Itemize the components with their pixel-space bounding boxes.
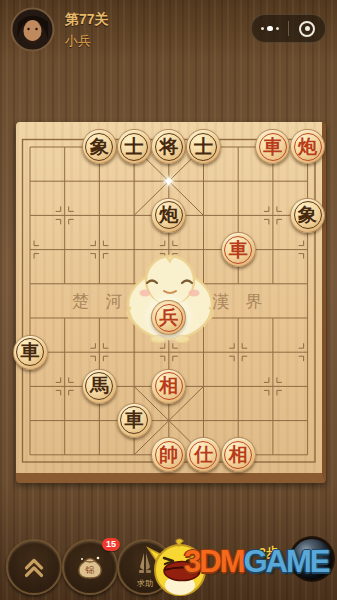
more-button[interactable] [252,15,288,42]
piece-char: 帥 [159,445,178,464]
piece-char: 兵 [159,308,178,327]
piece-char: 車 [263,137,282,156]
piece-black-chariot[interactable]: 車 [13,335,48,370]
record-circle-icon [299,21,315,37]
piece-char: 象 [90,137,109,156]
watermark: 3DMGAME [184,546,328,577]
expand-button[interactable] [6,539,62,595]
double-chevron-up-icon [19,552,49,582]
piece-char: 相 [159,376,178,395]
piece-char: 炮 [159,205,178,224]
pouch-button[interactable]: 锦 15 [62,539,118,595]
piece-char: 車 [229,240,248,259]
piece-red-chariot[interactable]: 車 [221,232,256,267]
piece-red-advisor[interactable]: 仕 [186,437,221,472]
piece-black-elephant[interactable]: 象 [290,198,325,233]
piece-char: 士 [125,137,144,156]
piece-black-general[interactable]: 将 [151,129,186,164]
piece-red-elephant[interactable]: 相 [151,369,186,404]
piece-black-advisor[interactable]: 士 [117,129,152,164]
three-dots-icon [261,26,280,32]
level-subtitle: 小兵 [65,32,91,50]
watermark-game: GAME [243,544,328,579]
piece-black-elephant[interactable]: 象 [82,129,117,164]
piece-char: 仕 [194,445,213,464]
level-title: 第77关 [65,11,109,29]
piece-char: 車 [125,410,144,429]
wechat-capsule [251,14,326,43]
money-bag-icon: 锦 [73,550,107,584]
piece-red-general[interactable]: 帥 [151,437,186,472]
svg-text:锦: 锦 [85,565,95,575]
piece-red-cannon[interactable]: 炮 [290,129,325,164]
piece-black-cannon[interactable]: 炮 [151,198,186,233]
avatar[interactable] [10,7,55,52]
piece-char: 相 [229,445,248,464]
piece-black-advisor[interactable]: 士 [186,129,221,164]
piece-char: 車 [21,342,40,361]
piece-black-chariot[interactable]: 車 [117,403,152,438]
top-bar: 第77关 小兵 [0,0,337,58]
pouch-badge: 15 [102,538,120,551]
piece-grid: 象士将士車炮炮象車兵車馬相車帥仕相 [13,130,325,472]
piece-red-chariot[interactable]: 車 [255,129,290,164]
piece-char: 炮 [298,137,317,156]
piece-char: 将 [159,137,178,156]
piece-char: 象 [298,205,317,224]
piece-char: 馬 [90,376,109,395]
piece-red-elephant[interactable]: 相 [221,437,256,472]
watermark-3dm: 3DM [184,544,243,579]
piece-char: 士 [194,137,213,156]
piece-black-horse[interactable]: 馬 [82,369,117,404]
xiangqi-board[interactable]: 楚 河漢 界 象士将士車炮炮象車兵車馬相車帥仕相 ✦ [16,122,326,483]
piece-red-soldier[interactable]: 兵 [151,300,186,335]
exit-button[interactable] [289,15,325,42]
